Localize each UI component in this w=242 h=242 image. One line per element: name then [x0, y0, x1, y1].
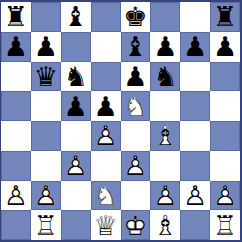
square-b7[interactable]: ♟ [31, 32, 61, 62]
piece-white-pawn-fill: ♟ [150, 181, 180, 211]
square-e8[interactable]: ♚ [121, 2, 151, 32]
chess-board: ♜♝♚♜♟♟♝♟♟♟♛♞♟♞♟♟♞♘♟♙♝♗♟♙♟♙♟♙♟♙♞♘♟♙♟♙♟♙♜♖… [0, 0, 242, 242]
square-f2[interactable]: ♟♙ [150, 181, 180, 211]
square-g7[interactable]: ♟ [180, 32, 210, 62]
piece-white-queen-fill: ♛ [91, 210, 121, 240]
piece-black-pawn: ♟ [121, 62, 151, 92]
square-c2[interactable] [61, 181, 91, 211]
piece-white-pawn-fill: ♟ [210, 181, 240, 211]
square-g8[interactable] [180, 2, 210, 32]
square-c3[interactable]: ♟♙ [61, 151, 91, 181]
piece-white-knight-fill: ♞ [121, 91, 151, 121]
piece-white-knight: ♘ [121, 91, 151, 121]
square-h4[interactable] [210, 121, 240, 151]
square-e6[interactable]: ♟ [121, 62, 151, 92]
square-a1[interactable] [1, 210, 31, 240]
piece-white-bishop-fill: ♝ [150, 121, 180, 151]
piece-white-pawn: ♙ [61, 151, 91, 181]
piece-white-pawn-fill: ♟ [61, 151, 91, 181]
square-f7[interactable]: ♟ [150, 32, 180, 62]
piece-black-knight: ♞ [61, 62, 91, 92]
piece-white-rook: ♖ [31, 210, 61, 240]
piece-black-rook: ♜ [1, 2, 31, 32]
square-c7[interactable] [61, 32, 91, 62]
square-g5[interactable] [180, 91, 210, 121]
square-e5[interactable]: ♞♘ [121, 91, 151, 121]
piece-white-rook-fill: ♜ [210, 210, 240, 240]
piece-white-bishop: ♗ [150, 210, 180, 240]
square-e3[interactable]: ♟♙ [121, 151, 151, 181]
square-f1[interactable]: ♝♗ [150, 210, 180, 240]
piece-white-rook-fill: ♜ [31, 210, 61, 240]
square-b4[interactable] [31, 121, 61, 151]
square-a2[interactable]: ♟♙ [1, 181, 31, 211]
square-d8[interactable] [91, 2, 121, 32]
square-h7[interactable]: ♟ [210, 32, 240, 62]
piece-black-pawn: ♟ [1, 32, 31, 62]
piece-white-pawn: ♙ [1, 181, 31, 211]
piece-black-pawn: ♟ [61, 91, 91, 121]
piece-white-pawn: ♙ [210, 181, 240, 211]
square-g2[interactable]: ♟♙ [180, 181, 210, 211]
square-b1[interactable]: ♜♖ [31, 210, 61, 240]
square-g6[interactable] [180, 62, 210, 92]
piece-white-pawn: ♙ [91, 121, 121, 151]
piece-black-pawn: ♟ [180, 32, 210, 62]
piece-white-pawn: ♙ [31, 181, 61, 211]
square-a6[interactable] [1, 62, 31, 92]
piece-black-pawn: ♟ [91, 91, 121, 121]
square-h8[interactable]: ♜ [210, 2, 240, 32]
piece-white-pawn-fill: ♟ [121, 151, 151, 181]
square-d5[interactable]: ♟ [91, 91, 121, 121]
square-a3[interactable] [1, 151, 31, 181]
square-c8[interactable]: ♝ [61, 2, 91, 32]
piece-black-knight: ♞ [150, 62, 180, 92]
square-f5[interactable] [150, 91, 180, 121]
square-b2[interactable]: ♟♙ [31, 181, 61, 211]
square-d2[interactable]: ♞♘ [91, 181, 121, 211]
piece-black-queen: ♛ [31, 62, 61, 92]
square-e7[interactable]: ♝ [121, 32, 151, 62]
square-a8[interactable]: ♜ [1, 2, 31, 32]
square-h2[interactable]: ♟♙ [210, 181, 240, 211]
piece-white-queen: ♕ [91, 210, 121, 240]
square-d7[interactable] [91, 32, 121, 62]
piece-white-bishop-fill: ♝ [150, 210, 180, 240]
square-e4[interactable] [121, 121, 151, 151]
square-b8[interactable] [31, 2, 61, 32]
square-b3[interactable] [31, 151, 61, 181]
square-b6[interactable]: ♛ [31, 62, 61, 92]
piece-white-rook: ♖ [210, 210, 240, 240]
square-c6[interactable]: ♞ [61, 62, 91, 92]
piece-white-knight-fill: ♞ [91, 181, 121, 211]
square-h5[interactable] [210, 91, 240, 121]
piece-black-rook: ♜ [210, 2, 240, 32]
square-c5[interactable]: ♟ [61, 91, 91, 121]
piece-white-king-fill: ♚ [121, 210, 151, 240]
piece-white-pawn-fill: ♟ [1, 181, 31, 211]
square-c1[interactable] [61, 210, 91, 240]
piece-white-pawn-fill: ♟ [31, 181, 61, 211]
square-d1[interactable]: ♛♕ [91, 210, 121, 240]
square-f3[interactable] [150, 151, 180, 181]
square-h1[interactable]: ♜♖ [210, 210, 240, 240]
piece-white-pawn-fill: ♟ [180, 181, 210, 211]
square-g4[interactable] [180, 121, 210, 151]
piece-black-pawn: ♟ [210, 32, 240, 62]
square-e1[interactable]: ♚♔ [121, 210, 151, 240]
piece-white-knight: ♘ [91, 181, 121, 211]
piece-black-bishop: ♝ [61, 2, 91, 32]
piece-black-bishop: ♝ [121, 32, 151, 62]
square-d6[interactable] [91, 62, 121, 92]
square-a5[interactable] [1, 91, 31, 121]
square-b5[interactable] [31, 91, 61, 121]
piece-white-pawn-fill: ♟ [91, 121, 121, 151]
square-f6[interactable]: ♞ [150, 62, 180, 92]
piece-black-king: ♚ [121, 2, 151, 32]
piece-white-bishop: ♗ [150, 121, 180, 151]
square-c4[interactable] [61, 121, 91, 151]
square-h3[interactable] [210, 151, 240, 181]
square-e2[interactable] [121, 181, 151, 211]
piece-white-pawn: ♙ [121, 151, 151, 181]
square-h6[interactable] [210, 62, 240, 92]
square-d3[interactable] [91, 151, 121, 181]
piece-black-pawn: ♟ [150, 32, 180, 62]
square-f4[interactable]: ♝♗ [150, 121, 180, 151]
square-f8[interactable] [150, 2, 180, 32]
square-a4[interactable] [1, 121, 31, 151]
square-d4[interactable]: ♟♙ [91, 121, 121, 151]
piece-black-pawn: ♟ [31, 32, 61, 62]
square-g1[interactable] [180, 210, 210, 240]
square-g3[interactable] [180, 151, 210, 181]
piece-white-king: ♔ [121, 210, 151, 240]
piece-white-pawn: ♙ [180, 181, 210, 211]
square-a7[interactable]: ♟ [1, 32, 31, 62]
piece-white-pawn: ♙ [150, 181, 180, 211]
